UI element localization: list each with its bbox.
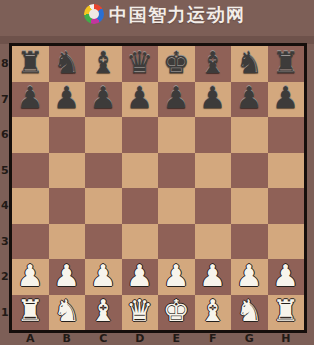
file-labels: ABCDEFGH <box>12 332 304 345</box>
square-h1[interactable]: ♜ <box>268 295 305 331</box>
piece-white-bishop-c1[interactable]: ♝ <box>90 296 117 326</box>
square-f7[interactable]: ♟ <box>195 82 232 118</box>
square-h5[interactable] <box>268 153 305 189</box>
square-h4[interactable] <box>268 188 305 224</box>
square-e6[interactable] <box>158 117 195 153</box>
square-d7[interactable]: ♟ <box>122 82 159 118</box>
piece-black-pawn-d7[interactable]: ♟ <box>126 83 153 113</box>
piece-white-queen-d1[interactable]: ♛ <box>126 296 153 326</box>
square-d6[interactable] <box>122 117 159 153</box>
square-e7[interactable]: ♟ <box>158 82 195 118</box>
piece-black-pawn-f7[interactable]: ♟ <box>199 83 226 113</box>
square-c3[interactable] <box>85 224 122 260</box>
square-b4[interactable] <box>49 188 86 224</box>
file-label-f: F <box>195 332 232 345</box>
square-h7[interactable]: ♟ <box>268 82 305 118</box>
board-frame: ♜♞♝♛♚♝♞♜♟♟♟♟♟♟♟♟♟♟♟♟♟♟♟♟♜♞♝♛♚♝♞♜ <box>9 43 307 333</box>
piece-black-rook-a8[interactable]: ♜ <box>17 48 44 78</box>
board: ♜♞♝♛♚♝♞♜♟♟♟♟♟♟♟♟♟♟♟♟♟♟♟♟♜♞♝♛♚♝♞♜ <box>12 46 304 330</box>
square-g8[interactable]: ♞ <box>231 46 268 82</box>
piece-white-rook-h1[interactable]: ♜ <box>272 296 299 326</box>
site-logo-icon <box>84 4 104 24</box>
square-a8[interactable]: ♜ <box>12 46 49 82</box>
piece-white-pawn-d2[interactable]: ♟ <box>126 261 153 291</box>
square-h8[interactable]: ♜ <box>268 46 305 82</box>
square-a5[interactable] <box>12 153 49 189</box>
square-f3[interactable] <box>195 224 232 260</box>
square-d5[interactable] <box>122 153 159 189</box>
piece-white-pawn-g2[interactable]: ♟ <box>236 261 263 291</box>
square-e8[interactable]: ♚ <box>158 46 195 82</box>
rank-label-2: 2 <box>0 259 9 295</box>
square-c7[interactable]: ♟ <box>85 82 122 118</box>
file-label-d: D <box>122 332 159 345</box>
piece-white-pawn-e2[interactable]: ♟ <box>163 261 190 291</box>
piece-black-pawn-e7[interactable]: ♟ <box>163 83 190 113</box>
piece-white-bishop-f1[interactable]: ♝ <box>199 296 226 326</box>
file-label-e: E <box>158 332 195 345</box>
square-h6[interactable] <box>268 117 305 153</box>
rank-label-5: 5 <box>0 153 9 189</box>
piece-white-pawn-h2[interactable]: ♟ <box>272 261 299 291</box>
square-b1[interactable]: ♞ <box>49 295 86 331</box>
piece-black-bishop-f8[interactable]: ♝ <box>199 48 226 78</box>
square-e3[interactable] <box>158 224 195 260</box>
piece-black-knight-g8[interactable]: ♞ <box>236 48 263 78</box>
rank-label-7: 7 <box>0 82 9 118</box>
piece-white-knight-b1[interactable]: ♞ <box>53 296 80 326</box>
square-a6[interactable] <box>12 117 49 153</box>
square-b5[interactable] <box>49 153 86 189</box>
square-e4[interactable] <box>158 188 195 224</box>
square-f6[interactable] <box>195 117 232 153</box>
rank-label-6: 6 <box>0 117 9 153</box>
piece-black-king-e8[interactable]: ♚ <box>163 48 190 78</box>
square-a2[interactable]: ♟ <box>12 259 49 295</box>
square-f4[interactable] <box>195 188 232 224</box>
square-g7[interactable]: ♟ <box>231 82 268 118</box>
piece-white-pawn-b2[interactable]: ♟ <box>53 261 80 291</box>
file-label-c: C <box>85 332 122 345</box>
piece-black-pawn-a7[interactable]: ♟ <box>17 83 44 113</box>
square-d4[interactable] <box>122 188 159 224</box>
square-d1[interactable]: ♛ <box>122 295 159 331</box>
square-g1[interactable]: ♞ <box>231 295 268 331</box>
square-a4[interactable] <box>12 188 49 224</box>
rank-label-8: 8 <box>0 46 9 82</box>
square-c1[interactable]: ♝ <box>85 295 122 331</box>
square-b8[interactable]: ♞ <box>49 46 86 82</box>
square-e1[interactable]: ♚ <box>158 295 195 331</box>
square-f2[interactable]: ♟ <box>195 259 232 295</box>
square-h2[interactable]: ♟ <box>268 259 305 295</box>
piece-white-pawn-f2[interactable]: ♟ <box>199 261 226 291</box>
square-g3[interactable] <box>231 224 268 260</box>
square-b6[interactable] <box>49 117 86 153</box>
square-a3[interactable] <box>12 224 49 260</box>
file-label-h: H <box>268 332 305 345</box>
site-title: 中国智力运动网 <box>109 4 246 26</box>
square-c4[interactable] <box>85 188 122 224</box>
file-label-g: G <box>231 332 268 345</box>
square-g2[interactable]: ♟ <box>231 259 268 295</box>
rank-labels: 87654321 <box>0 46 9 330</box>
piece-black-knight-b8[interactable]: ♞ <box>53 48 80 78</box>
file-label-a: A <box>12 332 49 345</box>
square-f8[interactable]: ♝ <box>195 46 232 82</box>
square-h3[interactable] <box>268 224 305 260</box>
piece-black-pawn-b7[interactable]: ♟ <box>53 83 80 113</box>
piece-black-queen-d8[interactable]: ♛ <box>126 48 153 78</box>
piece-white-pawn-a2[interactable]: ♟ <box>17 261 44 291</box>
square-e5[interactable] <box>158 153 195 189</box>
rank-label-1: 1 <box>0 295 9 331</box>
square-c2[interactable]: ♟ <box>85 259 122 295</box>
piece-white-pawn-c2[interactable]: ♟ <box>90 261 117 291</box>
square-c8[interactable]: ♝ <box>85 46 122 82</box>
square-g6[interactable] <box>231 117 268 153</box>
square-d3[interactable] <box>122 224 159 260</box>
square-b3[interactable] <box>49 224 86 260</box>
square-e2[interactable]: ♟ <box>158 259 195 295</box>
square-b2[interactable]: ♟ <box>49 259 86 295</box>
square-g5[interactable] <box>231 153 268 189</box>
site-header: 中国智力运动网 <box>0 0 314 38</box>
piece-black-bishop-c8[interactable]: ♝ <box>90 48 117 78</box>
square-a7[interactable]: ♟ <box>12 82 49 118</box>
square-c5[interactable] <box>85 153 122 189</box>
file-label-b: B <box>49 332 86 345</box>
piece-white-knight-g1[interactable]: ♞ <box>236 296 263 326</box>
square-b7[interactable]: ♟ <box>49 82 86 118</box>
piece-black-pawn-g7[interactable]: ♟ <box>236 83 263 113</box>
square-g4[interactable] <box>231 188 268 224</box>
square-d8[interactable]: ♛ <box>122 46 159 82</box>
piece-black-pawn-c7[interactable]: ♟ <box>90 83 117 113</box>
square-f1[interactable]: ♝ <box>195 295 232 331</box>
piece-white-rook-a1[interactable]: ♜ <box>17 296 44 326</box>
rank-label-3: 3 <box>0 224 9 260</box>
square-c6[interactable] <box>85 117 122 153</box>
piece-black-pawn-h7[interactable]: ♟ <box>272 83 299 113</box>
piece-white-king-e1[interactable]: ♚ <box>163 296 190 326</box>
piece-black-rook-h8[interactable]: ♜ <box>272 48 299 78</box>
rank-label-4: 4 <box>0 188 9 224</box>
square-f5[interactable] <box>195 153 232 189</box>
square-a1[interactable]: ♜ <box>12 295 49 331</box>
square-d2[interactable]: ♟ <box>122 259 159 295</box>
